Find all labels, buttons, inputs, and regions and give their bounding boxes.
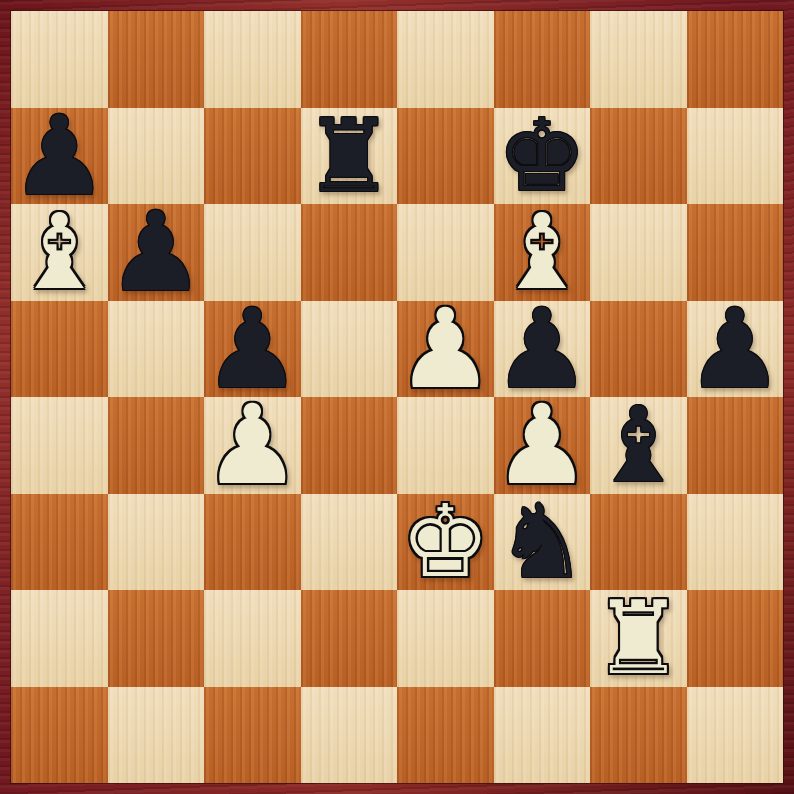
square-e8[interactable] (397, 11, 494, 108)
white-bishop[interactable]: ♝ (13, 204, 106, 300)
square-b4[interactable] (108, 397, 205, 494)
square-d6[interactable] (301, 204, 398, 301)
square-d4[interactable] (301, 397, 398, 494)
square-b2[interactable] (108, 590, 205, 687)
square-c3[interactable] (204, 494, 301, 591)
square-e3[interactable]: ♚ (397, 494, 494, 591)
square-h3[interactable] (687, 494, 784, 591)
square-d1[interactable] (301, 687, 398, 784)
square-a5[interactable] (11, 301, 108, 398)
square-g6[interactable] (590, 204, 687, 301)
square-f4[interactable]: ♟ (494, 397, 591, 494)
white-pawn[interactable]: ♟ (204, 397, 301, 493)
black-rook[interactable]: ♜ (303, 108, 394, 204)
white-king[interactable]: ♚ (400, 494, 490, 590)
square-e2[interactable] (397, 590, 494, 687)
white-pawn[interactable]: ♟ (397, 301, 494, 397)
square-d3[interactable] (301, 494, 398, 591)
square-c4[interactable]: ♟ (204, 397, 301, 494)
square-b8[interactable] (108, 11, 205, 108)
square-b3[interactable] (108, 494, 205, 591)
square-a4[interactable] (11, 397, 108, 494)
square-f6[interactable]: ♝ (494, 204, 591, 301)
square-e1[interactable] (397, 687, 494, 784)
square-c6[interactable] (204, 204, 301, 301)
black-pawn[interactable]: ♟ (108, 204, 205, 300)
chess-board: ♟♜♚♝♟♝♟♟♟♟♟♟♝♚♞♜ (11, 11, 783, 783)
square-c1[interactable] (204, 687, 301, 784)
black-king[interactable]: ♚ (497, 108, 587, 204)
square-f2[interactable] (494, 590, 591, 687)
square-h7[interactable] (687, 108, 784, 205)
square-e7[interactable] (397, 108, 494, 205)
square-f8[interactable] (494, 11, 591, 108)
square-c2[interactable] (204, 590, 301, 687)
square-a7[interactable]: ♟ (11, 108, 108, 205)
square-c5[interactable]: ♟ (204, 301, 301, 398)
square-g3[interactable] (590, 494, 687, 591)
square-b1[interactable] (108, 687, 205, 784)
square-h1[interactable] (687, 687, 784, 784)
black-pawn[interactable]: ♟ (687, 301, 784, 397)
square-d8[interactable] (301, 11, 398, 108)
square-d5[interactable] (301, 301, 398, 398)
square-h8[interactable] (687, 11, 784, 108)
black-pawn[interactable]: ♟ (204, 301, 301, 397)
square-f1[interactable] (494, 687, 591, 784)
square-f5[interactable]: ♟ (494, 301, 591, 398)
square-e4[interactable] (397, 397, 494, 494)
white-rook[interactable]: ♜ (593, 590, 684, 686)
black-pawn[interactable]: ♟ (11, 108, 108, 204)
square-g1[interactable] (590, 687, 687, 784)
square-g8[interactable] (590, 11, 687, 108)
square-c8[interactable] (204, 11, 301, 108)
square-g7[interactable] (590, 108, 687, 205)
square-f3[interactable]: ♞ (494, 494, 591, 591)
square-g4[interactable]: ♝ (590, 397, 687, 494)
square-h2[interactable] (687, 590, 784, 687)
square-e6[interactable] (397, 204, 494, 301)
square-a6[interactable]: ♝ (11, 204, 108, 301)
square-a8[interactable] (11, 11, 108, 108)
square-c7[interactable] (204, 108, 301, 205)
square-d2[interactable] (301, 590, 398, 687)
square-g5[interactable] (590, 301, 687, 398)
black-knight[interactable]: ♞ (496, 494, 587, 590)
square-d7[interactable]: ♜ (301, 108, 398, 205)
square-b6[interactable]: ♟ (108, 204, 205, 301)
square-a3[interactable] (11, 494, 108, 591)
white-pawn[interactable]: ♟ (494, 397, 591, 493)
square-e5[interactable]: ♟ (397, 301, 494, 398)
black-bishop[interactable]: ♝ (592, 397, 685, 493)
square-a2[interactable] (11, 590, 108, 687)
square-h6[interactable] (687, 204, 784, 301)
square-b7[interactable] (108, 108, 205, 205)
square-f7[interactable]: ♚ (494, 108, 591, 205)
square-h4[interactable] (687, 397, 784, 494)
black-pawn[interactable]: ♟ (494, 301, 591, 397)
square-h5[interactable]: ♟ (687, 301, 784, 398)
square-a1[interactable] (11, 687, 108, 784)
board-frame: ♟♜♚♝♟♝♟♟♟♟♟♟♝♚♞♜ (0, 0, 794, 794)
white-bishop[interactable]: ♝ (495, 204, 588, 300)
square-b5[interactable] (108, 301, 205, 398)
square-g2[interactable]: ♜ (590, 590, 687, 687)
